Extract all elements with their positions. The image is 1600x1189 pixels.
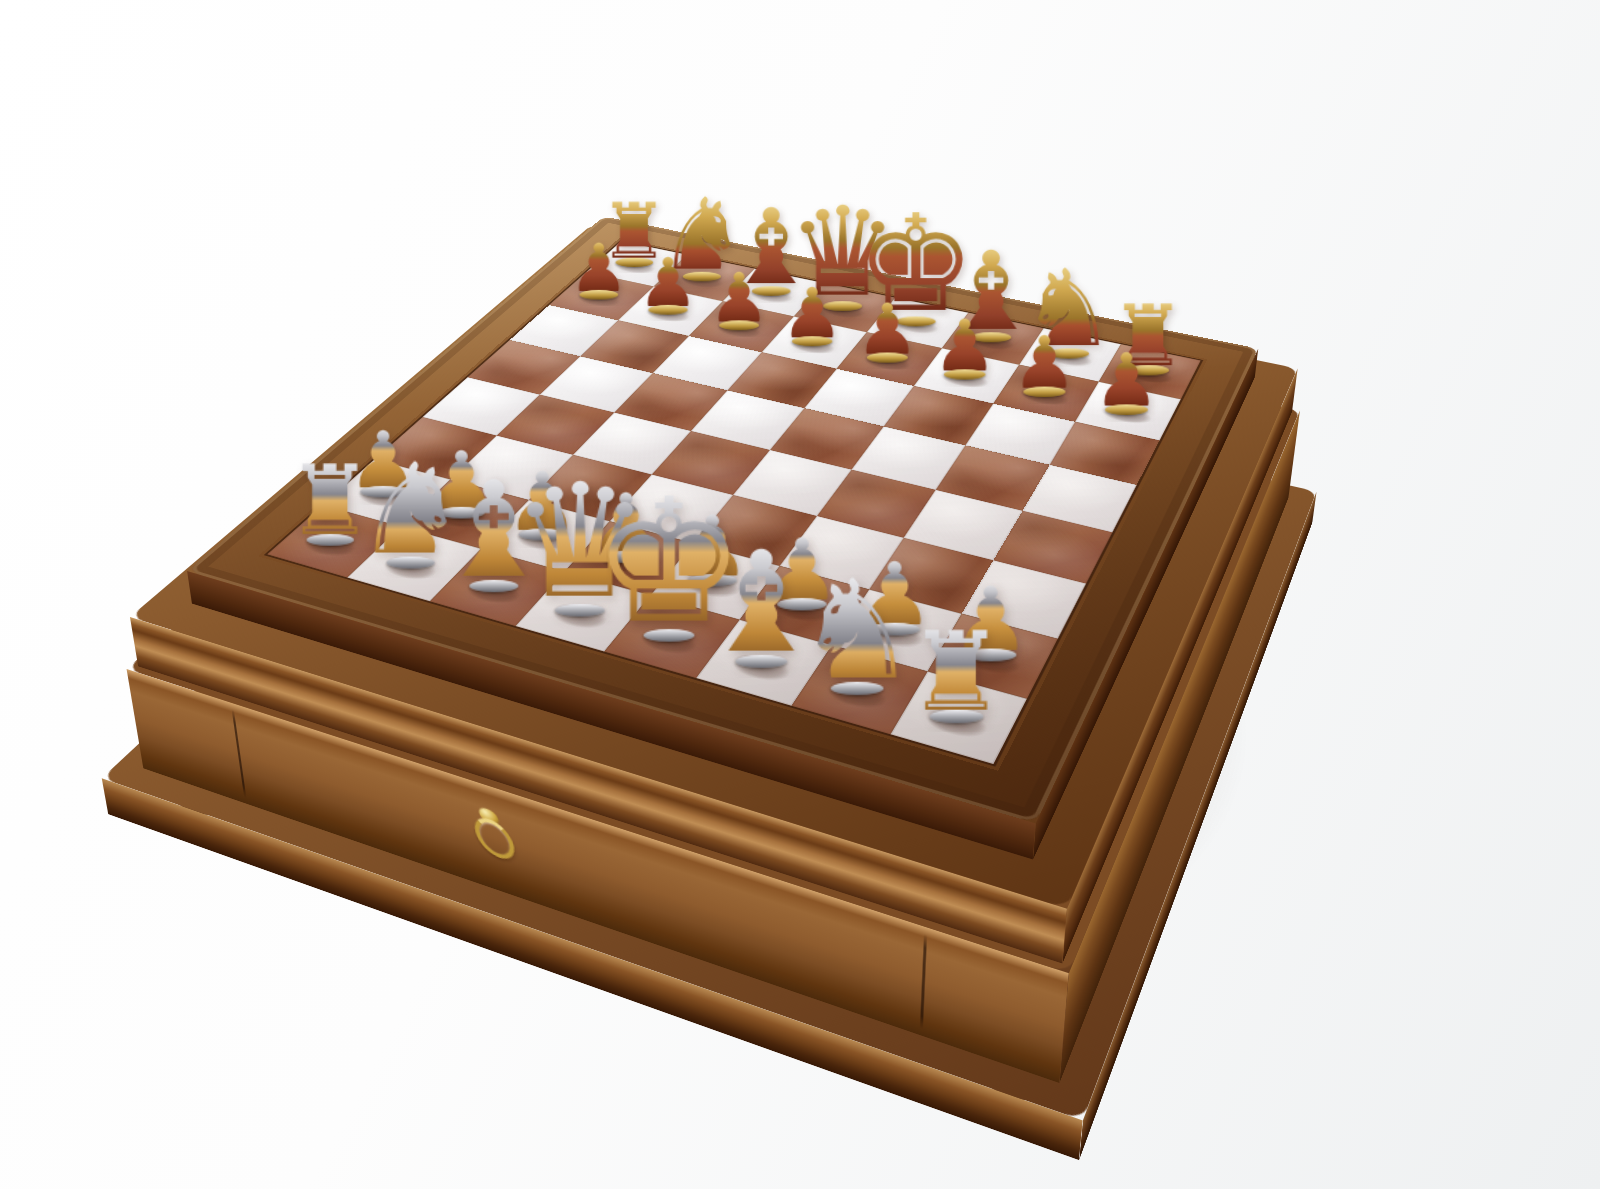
drawer-ring-pull[interactable] — [464, 802, 525, 877]
piece-base-collar — [792, 336, 832, 346]
piece-base-collar — [580, 290, 619, 300]
piece-base-collar — [944, 369, 985, 379]
chess-cabinet: ♜♞♝♛♚♝♞♜♟♟♟♟♟♟♟♟♟♟♟♟♟♟♟♟♜♞♝♛♚♝♞♜ — [187, 216, 1258, 823]
piece-black-pawn[interactable]: ♟ — [1073, 338, 1180, 414]
piece-base-collar — [648, 305, 687, 315]
ring-pull-ring[interactable] — [471, 813, 520, 864]
piece-base-collar — [930, 710, 983, 723]
rook-glyph: ♜ — [907, 620, 1006, 721]
piece-white-rook[interactable]: ♜ — [890, 609, 1024, 722]
piece-base-collar — [1023, 387, 1065, 398]
square-g6[interactable] — [965, 404, 1075, 465]
product-scene: ♜♞♝♛♚♝♞♜♟♟♟♟♟♟♟♟♟♟♟♟♟♟♟♟♜♞♝♛♚♝♞♜ — [0, 0, 1600, 1189]
piece-base-collar — [736, 655, 788, 668]
drawer-seam-right — [920, 934, 927, 1030]
piece-base-collar — [831, 682, 883, 695]
piece-base-collar — [1105, 404, 1148, 415]
square-h1[interactable]: ♜ — [891, 671, 1027, 763]
piece-base-collar — [644, 629, 695, 642]
drawer-seam-left — [231, 709, 246, 798]
piece-base-collar — [867, 352, 908, 362]
piece-base-collar — [307, 534, 354, 546]
piece-base-collar — [719, 320, 759, 330]
